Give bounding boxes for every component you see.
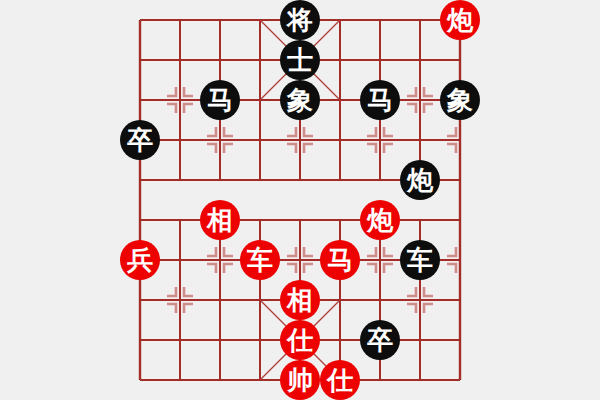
black-advisor[interactable]: 士 [280,40,320,80]
red-soldier[interactable]: 兵 [120,240,160,280]
red-chariot[interactable]: 车 [240,240,280,280]
black-soldier[interactable]: 卒 [120,120,160,160]
black-horse[interactable]: 马 [360,80,400,120]
red-cannon[interactable]: 炮 [440,0,480,40]
red-elephant[interactable]: 相 [280,280,320,320]
xiangqi-diagram: 将士马象马象卒炮车卒炮相炮兵车马相仕帅仕 [0,0,600,400]
red-cannon[interactable]: 炮 [360,200,400,240]
black-elephant[interactable]: 象 [440,80,480,120]
black-elephant[interactable]: 象 [280,80,320,120]
red-elephant[interactable]: 相 [200,200,240,240]
black-horse[interactable]: 马 [200,80,240,120]
red-advisor[interactable]: 仕 [320,360,360,400]
red-advisor[interactable]: 仕 [280,320,320,360]
red-horse[interactable]: 马 [320,240,360,280]
red-general[interactable]: 帅 [280,360,320,400]
black-soldier[interactable]: 卒 [360,320,400,360]
black-cannon[interactable]: 炮 [400,160,440,200]
black-general[interactable]: 将 [280,0,320,40]
black-chariot[interactable]: 车 [400,240,440,280]
